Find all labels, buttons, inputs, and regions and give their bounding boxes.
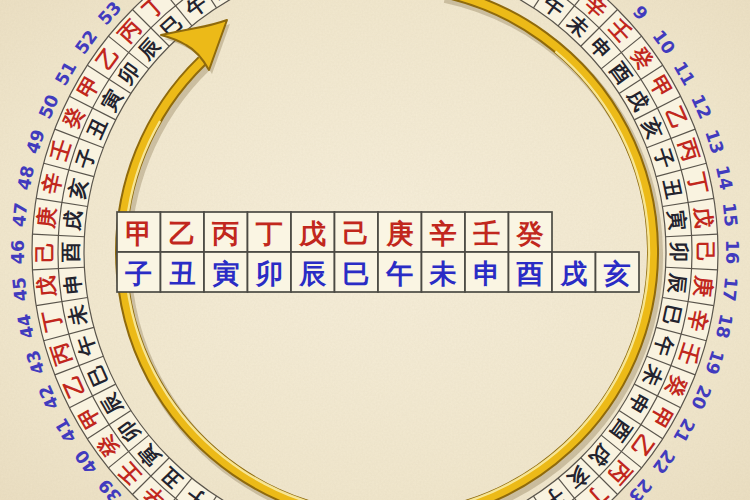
table-branch-8: 未: [429, 258, 457, 289]
ring-stem-47: 庚: [34, 206, 60, 230]
table-stem-9: 壬: [472, 218, 500, 249]
ring-branch-47: 戌: [60, 209, 86, 232]
table-stem-5: 戊: [298, 218, 326, 249]
table-branch-3: 寅: [212, 258, 239, 289]
table-branch-7: 午: [385, 258, 413, 289]
ring-number-15: 15: [719, 202, 741, 228]
ring-stem-16: 己: [693, 242, 717, 263]
table-branch-4: 卯: [255, 258, 283, 289]
table-stem-10: 癸: [516, 218, 544, 249]
table-stem-7: 庚: [385, 218, 413, 249]
sexagenary-cycle-diagram: 1甲子2乙丑3丙寅4丁卯5戊辰6己巳7庚午8辛未9壬申10癸酉11甲戌12乙亥1…: [0, 0, 750, 500]
ring-stem-45: 戊: [34, 275, 60, 299]
ring-branch-17: 辰: [664, 272, 690, 296]
table-stem-2: 乙: [169, 218, 196, 249]
ring-branch-46: 酉: [59, 242, 83, 263]
ring-stem-17: 庚: [690, 274, 716, 298]
table-branch-1: 子: [124, 258, 152, 289]
table-branch-12: 亥: [603, 258, 631, 289]
ring-stem-15: 戊: [690, 205, 716, 229]
ring-branch-15: 寅: [664, 209, 690, 231]
ring-number-16: 16: [722, 240, 742, 264]
ring-stem-46: 己: [33, 242, 57, 263]
ring-number-46: 46: [8, 240, 28, 264]
ring-number-45: 45: [9, 276, 31, 302]
table-branch-9: 申: [473, 258, 500, 289]
ring-number-17: 17: [719, 276, 741, 302]
table-stem-3: 丙: [211, 218, 239, 249]
wheel-svg: 1甲子2乙丑3丙寅4丁卯5戊辰6己巳7庚午8辛未9壬申10癸酉11甲戌12乙亥1…: [0, 0, 750, 500]
ring-branch-16: 卯: [667, 241, 691, 262]
table-branch-6: 巳: [343, 258, 370, 289]
ring-number-47: 47: [9, 202, 31, 228]
table-stem-8: 辛: [429, 218, 457, 249]
table-branch-5: 辰: [298, 258, 326, 289]
table-stem-1: 甲: [125, 218, 152, 249]
ring-branch-45: 申: [60, 273, 86, 295]
table-stem-4: 丁: [255, 218, 283, 249]
table-branch-2: 丑: [169, 258, 196, 289]
table-branch-11: 戌: [559, 258, 587, 289]
table-branch-10: 酉: [516, 258, 544, 289]
table-stem-6: 己: [343, 218, 370, 249]
